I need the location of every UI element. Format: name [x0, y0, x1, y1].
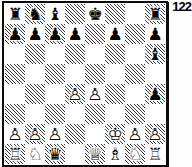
black-rook-a8: ♜ [5, 4, 25, 24]
square-d8 [65, 4, 85, 24]
square-c4 [45, 84, 65, 104]
square-d3 [65, 104, 85, 124]
square-c5 [45, 64, 65, 84]
square-f3 [105, 104, 125, 124]
chess-board-grid: ♜♞♝♚♜♟♟♟♟♟♟♝♟♙♟♙♟♟♙♟♙♟♙♚♔♟♙♟♙♜♖♞♘♛♛♕♝♗♞♘… [5, 4, 165, 164]
square-c2: ♟♙ [45, 124, 65, 144]
black-knight-b8: ♞ [25, 4, 45, 24]
square-b4 [25, 84, 45, 104]
black-pawn-h7: ♟ [145, 24, 165, 44]
square-e5 [85, 64, 105, 84]
square-c8: ♝ [45, 4, 65, 24]
black-bishop-h6: ♝ [145, 44, 165, 64]
white-bishop-f1: ♝♗ [105, 144, 125, 164]
square-b6 [25, 44, 45, 64]
square-b8: ♞ [25, 4, 45, 24]
square-a7: ♟ [5, 24, 25, 44]
square-c3 [45, 104, 65, 124]
square-c6 [45, 44, 65, 64]
square-c7: ♟ [45, 24, 65, 44]
white-pawn-h2: ♟♙ [145, 124, 165, 144]
square-e4: ♟♙ [85, 84, 105, 104]
square-d4: ♟♙ [65, 84, 85, 104]
square-b1: ♞♘ [25, 144, 45, 164]
square-h1: ♜♖ [145, 144, 165, 164]
black-king-e8: ♚ [85, 4, 105, 24]
black-pawn-f7: ♟ [105, 24, 125, 44]
white-pawn-a2: ♟♙ [5, 124, 25, 144]
square-a6 [5, 44, 25, 64]
white-rook-a1: ♜♖ [5, 144, 25, 164]
square-e1: ♛♕ [85, 144, 105, 164]
square-h6: ♝ [145, 44, 165, 64]
chess-board: ♜♞♝♚♜♟♟♟♟♟♟♝♟♙♟♙♟♟♙♟♙♟♙♚♔♟♙♟♙♜♖♞♘♛♛♕♝♗♞♘… [2, 1, 168, 167]
white-pawn-e4: ♟♙ [85, 84, 105, 104]
square-c1: ♛ [45, 144, 65, 164]
square-g8 [125, 4, 145, 24]
square-a2: ♟♙ [5, 124, 25, 144]
square-e3 [85, 104, 105, 124]
square-a3 [5, 104, 25, 124]
black-rook-h8: ♜ [145, 4, 165, 24]
square-h2: ♟♙ [145, 124, 165, 144]
black-pawn-d7: ♟ [65, 24, 85, 44]
square-f4 [105, 84, 125, 104]
square-h8: ♜ [145, 4, 165, 24]
white-pawn-g2: ♟♙ [125, 124, 145, 144]
black-pawn-b7: ♟ [25, 24, 45, 44]
square-a1: ♜♖ [5, 144, 25, 164]
white-knight-b1: ♞♘ [25, 144, 45, 164]
square-h4: ♟ [145, 84, 165, 104]
black-pawn-c7: ♟ [45, 24, 65, 44]
white-pawn-c2: ♟♙ [45, 124, 65, 144]
square-g4 [125, 84, 145, 104]
square-g5 [125, 64, 145, 84]
square-b2: ♟♙ [25, 124, 45, 144]
white-pawn-d4: ♟♙ [65, 84, 85, 104]
square-h3 [145, 104, 165, 124]
white-rook-h1: ♜♖ [145, 144, 165, 164]
square-d1 [65, 144, 85, 164]
square-h5 [145, 64, 165, 84]
square-f2: ♚♔ [105, 124, 125, 144]
square-d7: ♟ [65, 24, 85, 44]
square-g1: ♞♘ [125, 144, 145, 164]
square-f6 [105, 44, 125, 64]
white-queen-e1: ♛♕ [85, 144, 105, 164]
square-g2: ♟♙ [125, 124, 145, 144]
square-b7: ♟ [25, 24, 45, 44]
square-a4 [5, 84, 25, 104]
square-b5 [25, 64, 45, 84]
white-pawn-b2: ♟♙ [25, 124, 45, 144]
white-king-f2: ♚♔ [105, 124, 125, 144]
square-a8: ♜ [5, 4, 25, 24]
black-bishop-c8: ♝ [45, 4, 65, 24]
diagram-number-label: 122 [172, 0, 191, 14]
square-e6 [85, 44, 105, 64]
black-queen-c1: ♛ [45, 144, 65, 164]
square-a5 [5, 64, 25, 84]
square-d2 [65, 124, 85, 144]
square-b3 [25, 104, 45, 124]
square-d6 [65, 44, 85, 64]
square-g7 [125, 24, 145, 44]
square-f7: ♟ [105, 24, 125, 44]
square-f5 [105, 64, 125, 84]
square-e2 [85, 124, 105, 144]
white-knight-g1: ♞♘ [125, 144, 145, 164]
square-e7 [85, 24, 105, 44]
square-h7: ♟ [145, 24, 165, 44]
square-e8: ♚ [85, 4, 105, 24]
square-g3 [125, 104, 145, 124]
square-f8 [105, 4, 125, 24]
square-d5 [65, 64, 85, 84]
square-g6 [125, 44, 145, 64]
square-f1: ♝♗ [105, 144, 125, 164]
black-pawn-a7: ♟ [5, 24, 25, 44]
black-pawn-h4: ♟ [145, 84, 165, 104]
